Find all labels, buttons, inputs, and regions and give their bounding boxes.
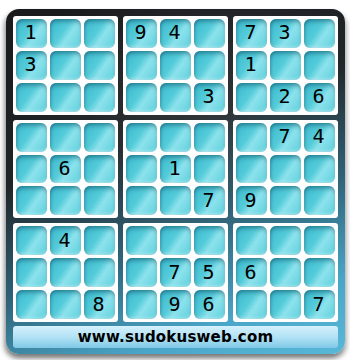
given-digit: 9 <box>134 22 146 42</box>
box-1-2: 943 <box>123 16 228 115</box>
cell-r1c9[interactable] <box>304 19 335 48</box>
cell-r2c4[interactable] <box>126 51 157 80</box>
cell-r1c7[interactable]: 7 <box>236 19 267 48</box>
cell-r9c8[interactable] <box>270 290 301 319</box>
cell-r7c4[interactable] <box>126 226 157 255</box>
cell-r5c6[interactable] <box>194 155 225 184</box>
cell-r3c9[interactable]: 6 <box>304 83 335 112</box>
website-link[interactable]: www.sudokusweb.com <box>78 328 273 346</box>
cell-r5c8[interactable] <box>270 155 301 184</box>
given-digit: 1 <box>244 54 256 74</box>
cell-r2c1[interactable]: 3 <box>16 51 47 80</box>
cell-r4c5[interactable] <box>160 123 191 152</box>
given-digit: 9 <box>168 294 180 314</box>
box-2-3: 749 <box>233 120 338 219</box>
cell-r6c4[interactable] <box>126 186 157 215</box>
cell-r7c6[interactable] <box>194 226 225 255</box>
cell-r8c5[interactable]: 7 <box>160 258 191 287</box>
cell-r1c8[interactable]: 3 <box>270 19 301 48</box>
cell-r7c7[interactable] <box>236 226 267 255</box>
given-digit: 3 <box>278 22 290 42</box>
cell-r5c3[interactable] <box>84 155 115 184</box>
box-1-1: 13 <box>13 16 118 115</box>
cell-r1c2[interactable] <box>50 19 81 48</box>
cell-r8c4[interactable] <box>126 258 157 287</box>
cell-r3c1[interactable] <box>16 83 47 112</box>
cell-r9c9[interactable]: 7 <box>304 290 335 319</box>
cell-r8c2[interactable] <box>50 258 81 287</box>
cell-r6c8[interactable] <box>270 186 301 215</box>
cell-r7c3[interactable] <box>84 226 115 255</box>
cell-r1c5[interactable]: 4 <box>160 19 191 48</box>
cell-r8c6[interactable]: 5 <box>194 258 225 287</box>
cell-r3c5[interactable] <box>160 83 191 112</box>
cell-r7c5[interactable] <box>160 226 191 255</box>
cell-r6c2[interactable] <box>50 186 81 215</box>
cell-r2c6[interactable] <box>194 51 225 80</box>
cell-r9c2[interactable] <box>50 290 81 319</box>
cell-r1c4[interactable]: 9 <box>126 19 157 48</box>
cell-r3c7[interactable] <box>236 83 267 112</box>
cell-r7c1[interactable] <box>16 226 47 255</box>
given-digit: 9 <box>244 190 256 210</box>
cell-r3c8[interactable]: 2 <box>270 83 301 112</box>
cell-r8c1[interactable] <box>16 258 47 287</box>
cell-r5c1[interactable] <box>16 155 47 184</box>
given-digit: 5 <box>202 262 214 282</box>
cell-r1c1[interactable]: 1 <box>16 19 47 48</box>
given-digit: 4 <box>312 126 324 146</box>
cell-r9c7[interactable] <box>236 290 267 319</box>
cell-r8c7[interactable]: 6 <box>236 258 267 287</box>
given-digit: 7 <box>168 262 180 282</box>
cell-r2c5[interactable] <box>160 51 191 80</box>
cell-r3c4[interactable] <box>126 83 157 112</box>
given-digit: 7 <box>202 190 214 210</box>
box-3-1: 48 <box>13 223 118 322</box>
sudoku-board: 139437312661774948759667 www.sudokusweb.… <box>6 9 345 354</box>
cell-r2c2[interactable] <box>50 51 81 80</box>
given-digit: 6 <box>58 158 70 178</box>
given-digit: 6 <box>312 86 324 106</box>
cell-r8c8[interactable] <box>270 258 301 287</box>
cell-r5c5[interactable]: 1 <box>160 155 191 184</box>
given-digit: 4 <box>168 22 180 42</box>
cell-r4c4[interactable] <box>126 123 157 152</box>
cell-r9c3[interactable]: 8 <box>84 290 115 319</box>
given-digit: 6 <box>202 294 214 314</box>
cell-r3c6[interactable]: 3 <box>194 83 225 112</box>
cell-r4c6[interactable] <box>194 123 225 152</box>
box-3-2: 7596 <box>123 223 228 322</box>
cell-r5c9[interactable] <box>304 155 335 184</box>
given-digit: 1 <box>24 22 36 42</box>
cell-r6c3[interactable] <box>84 186 115 215</box>
box-2-1: 6 <box>13 120 118 219</box>
box-1-3: 73126 <box>233 16 338 115</box>
cell-r9c1[interactable] <box>16 290 47 319</box>
cell-r8c3[interactable] <box>84 258 115 287</box>
given-digit: 7 <box>244 22 256 42</box>
sudoku-grid: 139437312661774948759667 <box>13 16 338 322</box>
cell-r3c3[interactable] <box>84 83 115 112</box>
given-digit: 6 <box>244 262 256 282</box>
cell-r6c9[interactable] <box>304 186 335 215</box>
cell-r6c1[interactable] <box>16 186 47 215</box>
given-digit: 8 <box>92 294 104 314</box>
cell-r8c9[interactable] <box>304 258 335 287</box>
cell-r9c6[interactable]: 6 <box>194 290 225 319</box>
given-digit: 7 <box>312 294 324 314</box>
cell-r4c9[interactable]: 4 <box>304 123 335 152</box>
given-digit: 3 <box>202 86 214 106</box>
cell-r4c1[interactable] <box>16 123 47 152</box>
given-digit: 3 <box>24 54 36 74</box>
cell-r6c5[interactable] <box>160 186 191 215</box>
cell-r7c8[interactable] <box>270 226 301 255</box>
cell-r2c3[interactable] <box>84 51 115 80</box>
box-3-3: 67 <box>233 223 338 322</box>
footer-bar: www.sudokusweb.com <box>13 326 338 348</box>
cell-r5c2[interactable]: 6 <box>50 155 81 184</box>
cell-r2c7[interactable]: 1 <box>236 51 267 80</box>
cell-r4c7[interactable] <box>236 123 267 152</box>
cell-r2c8[interactable] <box>270 51 301 80</box>
box-2-2: 17 <box>123 120 228 219</box>
cell-r9c5[interactable]: 9 <box>160 290 191 319</box>
cell-r5c7[interactable] <box>236 155 267 184</box>
given-digit: 1 <box>168 158 180 178</box>
cell-r4c8[interactable]: 7 <box>270 123 301 152</box>
given-digit: 4 <box>58 230 70 250</box>
given-digit: 2 <box>278 86 290 106</box>
cell-r2c9[interactable] <box>304 51 335 80</box>
cell-r4c3[interactable] <box>84 123 115 152</box>
cell-r1c6[interactable] <box>194 19 225 48</box>
cell-r7c2[interactable]: 4 <box>50 226 81 255</box>
cell-r3c2[interactable] <box>50 83 81 112</box>
cell-r4c2[interactable] <box>50 123 81 152</box>
cell-r6c6[interactable]: 7 <box>194 186 225 215</box>
cell-r1c3[interactable] <box>84 19 115 48</box>
cell-r5c4[interactable] <box>126 155 157 184</box>
cell-r9c4[interactable] <box>126 290 157 319</box>
cell-r6c7[interactable]: 9 <box>236 186 267 215</box>
given-digit: 7 <box>278 126 290 146</box>
cell-r7c9[interactable] <box>304 226 335 255</box>
